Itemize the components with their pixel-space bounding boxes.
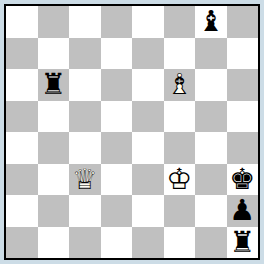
- square-f8[interactable]: [164, 6, 196, 38]
- square-g4[interactable]: [195, 132, 227, 164]
- white-king: ♚♔: [164, 164, 196, 196]
- square-d6[interactable]: [101, 69, 133, 101]
- square-h5[interactable]: [227, 101, 259, 133]
- square-d8[interactable]: [101, 6, 133, 38]
- board-frame: ♝♜♝♗♛♕♚♔♚♟♜: [0, 0, 264, 264]
- black-rook: ♜: [227, 227, 259, 259]
- square-a7[interactable]: [6, 38, 38, 70]
- square-a2[interactable]: [6, 195, 38, 227]
- square-b3[interactable]: [38, 164, 70, 196]
- square-a3[interactable]: [6, 164, 38, 196]
- square-a5[interactable]: [6, 101, 38, 133]
- black-bishop: ♝: [195, 6, 227, 38]
- white-queen: ♛♕: [69, 164, 101, 196]
- square-g6[interactable]: [195, 69, 227, 101]
- square-h4[interactable]: [227, 132, 259, 164]
- white-bishop: ♝♗: [164, 69, 196, 101]
- square-f4[interactable]: [164, 132, 196, 164]
- square-d1[interactable]: [101, 227, 133, 259]
- square-e3[interactable]: [132, 164, 164, 196]
- square-c2[interactable]: [69, 195, 101, 227]
- square-c8[interactable]: [69, 6, 101, 38]
- square-e1[interactable]: [132, 227, 164, 259]
- square-d3[interactable]: [101, 164, 133, 196]
- square-d2[interactable]: [101, 195, 133, 227]
- square-d5[interactable]: [101, 101, 133, 133]
- square-f3[interactable]: ♚♔: [164, 164, 196, 196]
- square-a6[interactable]: [6, 69, 38, 101]
- chess-board: ♝♜♝♗♛♕♚♔♚♟♜: [4, 4, 260, 260]
- square-b8[interactable]: [38, 6, 70, 38]
- square-g1[interactable]: [195, 227, 227, 259]
- square-f6[interactable]: ♝♗: [164, 69, 196, 101]
- square-b5[interactable]: [38, 101, 70, 133]
- square-c5[interactable]: [69, 101, 101, 133]
- black-pawn: ♟: [227, 195, 259, 227]
- square-h7[interactable]: [227, 38, 259, 70]
- square-d7[interactable]: [101, 38, 133, 70]
- black-king: ♚: [227, 164, 259, 196]
- square-f1[interactable]: [164, 227, 196, 259]
- square-c4[interactable]: [69, 132, 101, 164]
- square-c1[interactable]: [69, 227, 101, 259]
- square-b7[interactable]: [38, 38, 70, 70]
- square-g8[interactable]: ♝: [195, 6, 227, 38]
- square-h3[interactable]: ♚: [227, 164, 259, 196]
- square-f7[interactable]: [164, 38, 196, 70]
- square-c6[interactable]: [69, 69, 101, 101]
- square-c7[interactable]: [69, 38, 101, 70]
- square-h6[interactable]: [227, 69, 259, 101]
- square-h2[interactable]: ♟: [227, 195, 259, 227]
- square-e7[interactable]: [132, 38, 164, 70]
- square-e2[interactable]: [132, 195, 164, 227]
- square-f2[interactable]: [164, 195, 196, 227]
- square-b1[interactable]: [38, 227, 70, 259]
- square-a8[interactable]: [6, 6, 38, 38]
- square-c3[interactable]: ♛♕: [69, 164, 101, 196]
- square-f5[interactable]: [164, 101, 196, 133]
- square-a1[interactable]: [6, 227, 38, 259]
- square-e5[interactable]: [132, 101, 164, 133]
- square-d4[interactable]: [101, 132, 133, 164]
- square-h8[interactable]: [227, 6, 259, 38]
- square-h1[interactable]: ♜: [227, 227, 259, 259]
- square-b6[interactable]: ♜: [38, 69, 70, 101]
- square-g7[interactable]: [195, 38, 227, 70]
- black-rook: ♜: [38, 69, 70, 101]
- square-a4[interactable]: [6, 132, 38, 164]
- square-g5[interactable]: [195, 101, 227, 133]
- square-g3[interactable]: [195, 164, 227, 196]
- square-b4[interactable]: [38, 132, 70, 164]
- square-e6[interactable]: [132, 69, 164, 101]
- square-e4[interactable]: [132, 132, 164, 164]
- square-e8[interactable]: [132, 6, 164, 38]
- square-b2[interactable]: [38, 195, 70, 227]
- square-g2[interactable]: [195, 195, 227, 227]
